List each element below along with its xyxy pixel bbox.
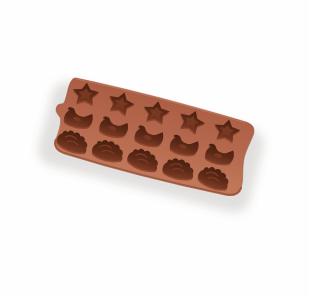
photo-background (0, 0, 309, 296)
